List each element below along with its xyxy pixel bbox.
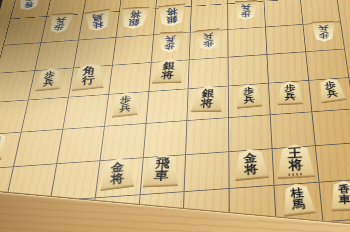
piece-kanji: 将 [166, 7, 177, 16]
piece-kanji: 兵 [203, 32, 213, 40]
piece-kanji: 兵 [165, 35, 176, 43]
cell-7d[interactable] [74, 37, 116, 67]
cell-2c[interactable] [265, 0, 304, 27]
cell-4g[interactable] [186, 118, 229, 155]
cell-5c[interactable]: 銀将 [154, 6, 192, 34]
piece-kanji: 馬 [291, 197, 306, 210]
piece-kanji: 兵 [243, 95, 254, 105]
piece-kanji: 歩 [318, 32, 328, 40]
piece-rook-5h[interactable]: 飛車 [143, 153, 181, 187]
piece-kanji: 歩 [164, 42, 175, 50]
piece-kanji: 兵 [43, 78, 55, 87]
cell-1i[interactable]: 香車 [320, 180, 350, 223]
cell-5f[interactable] [146, 89, 189, 124]
piece-kanji: 将 [244, 163, 258, 176]
cell-2e[interactable] [268, 52, 310, 84]
piece-lance-1i[interactable]: 香車 [329, 180, 350, 211]
cell-8c[interactable]: 歩兵 [41, 14, 83, 43]
piece-pawn-3c[interactable]: 歩兵 [235, 0, 258, 20]
cell-6g[interactable] [100, 124, 146, 161]
piece-kanji: 銀 [128, 18, 141, 27]
piece-kanji: 歩 [241, 10, 251, 17]
cell-1g[interactable] [312, 109, 350, 146]
piece-kanji: 歩 [54, 23, 66, 30]
piece-pawn-6f[interactable]: 歩兵 [112, 91, 138, 117]
cell-2d[interactable] [266, 24, 306, 54]
piece-kanji: 車 [338, 194, 350, 205]
piece-kanji: 車 [153, 169, 169, 182]
piece-kanji: 兵 [119, 103, 130, 113]
cell-6h[interactable]: 金将 [95, 158, 143, 198]
piece-king-2h[interactable]: 王将 [276, 143, 315, 179]
king-maker-signature [288, 172, 304, 175]
cell-8d[interactable] [35, 40, 79, 71]
piece-pawn-8c[interactable]: 歩兵 [46, 13, 74, 33]
cell-1h[interactable] [316, 143, 350, 183]
piece-lance-9g[interactable]: 香車 [0, 133, 11, 160]
cell-2h[interactable]: 王将 [273, 146, 320, 186]
piece-silver-5c[interactable]: 銀将 [158, 3, 186, 27]
piece-pawn-2f[interactable]: 歩兵 [277, 81, 303, 105]
piece-pawn-1f[interactable]: 歩兵 [316, 77, 346, 103]
cell-1f[interactable]: 歩兵 [309, 78, 350, 112]
piece-kanji: 将 [200, 98, 214, 108]
shogi-photo-scene: 香車金将金将角行歩兵桂馬銀将銀将歩兵歩兵歩兵歩兵歩兵角行銀将歩兵銀将歩兵歩兵歩兵… [0, 0, 350, 232]
cell-7c[interactable]: 桂馬 [79, 11, 120, 40]
cell-1c[interactable] [301, 0, 341, 24]
piece-silver-6c[interactable]: 銀将 [119, 7, 150, 30]
piece-kanji: 将 [129, 10, 141, 19]
cell-6f[interactable]: 歩兵 [105, 92, 149, 127]
cell-7e[interactable]: 角行 [69, 65, 113, 98]
cell-3e[interactable] [229, 54, 269, 86]
piece-kanji: 香 [0, 136, 3, 145]
cell-3g[interactable] [229, 115, 272, 152]
cell-8e[interactable]: 歩兵 [28, 68, 73, 101]
cell-3d[interactable] [229, 27, 268, 57]
piece-knight-7c[interactable]: 桂馬 [85, 9, 111, 33]
cell-8f[interactable] [21, 98, 68, 133]
piece-kanji: 兵 [318, 24, 328, 32]
piece-kanji: 兵 [241, 4, 251, 11]
piece-gold-3h[interactable]: 金将 [233, 147, 268, 181]
piece-kanji: 将 [161, 70, 174, 80]
piece-pawn-8e[interactable]: 歩兵 [35, 67, 63, 91]
cell-2f[interactable]: 歩兵 [269, 81, 312, 115]
cell-6e[interactable] [109, 63, 152, 95]
cell-4f[interactable]: 銀将 [188, 87, 230, 122]
cell-9b[interactable]: 香車 [11, 0, 53, 19]
cell-8g[interactable] [14, 130, 63, 167]
cell-5h[interactable]: 飛車 [140, 155, 186, 195]
piece-kanji: 兵 [284, 92, 295, 101]
piece-kanji: 馬 [92, 13, 103, 22]
cell-5d[interactable]: 歩兵 [151, 32, 191, 62]
piece-pawn-3f[interactable]: 歩兵 [235, 83, 262, 109]
cell-7g[interactable] [57, 127, 105, 164]
cell-1d[interactable]: 歩兵 [303, 22, 345, 52]
piece-kanji: 将 [111, 172, 125, 185]
piece-silver-4f[interactable]: 銀将 [191, 85, 224, 112]
cell-6c[interactable]: 銀将 [116, 9, 156, 38]
cell-4d[interactable]: 歩兵 [190, 30, 229, 60]
piece-pawn-4d[interactable]: 歩兵 [197, 28, 221, 51]
piece-kanji: 将 [288, 159, 303, 172]
cell-4e[interactable] [189, 57, 229, 89]
cell-6d[interactable] [113, 35, 154, 65]
piece-pawn-1d[interactable]: 歩兵 [311, 21, 336, 42]
cell-3c[interactable]: 歩兵 [228, 1, 266, 29]
cell-7f[interactable] [63, 95, 109, 130]
cell-1e[interactable] [306, 49, 349, 81]
piece-gold-6h[interactable]: 金将 [100, 156, 134, 191]
piece-kanji: 行 [82, 75, 96, 86]
cell-5g[interactable] [143, 121, 187, 158]
cell-9g[interactable]: 香車 [0, 133, 21, 171]
cell-3h[interactable]: 金将 [230, 149, 275, 189]
piece-kanji: 兵 [325, 89, 338, 99]
cell-3f[interactable]: 歩兵 [229, 84, 271, 118]
cell-7h[interactable] [50, 161, 100, 201]
piece-pawn-5d[interactable]: 歩兵 [157, 31, 183, 53]
piece-kanji: 兵 [56, 17, 67, 24]
cell-5e[interactable]: 銀将 [149, 60, 190, 92]
piece-knight-2i[interactable]: 桂馬 [281, 182, 316, 217]
cell-2g[interactable] [271, 112, 316, 149]
piece-lance-9b[interactable]: 香車 [17, 0, 41, 11]
cell-4h[interactable] [185, 152, 230, 192]
cell-4c[interactable] [191, 4, 228, 32]
